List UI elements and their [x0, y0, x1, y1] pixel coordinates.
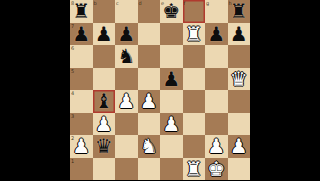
square-a4[interactable]: 4	[70, 90, 93, 113]
piece-white-rook: ♜	[183, 158, 206, 181]
board-grid: 8♜bcde♚fgh♜7♟♟♟♜♟♟6♞5♟♛4♝♟♟3♟♟2♟♛♞♟♟1♜♚	[70, 0, 250, 180]
square-g5[interactable]	[205, 68, 228, 91]
coordinate-label: d	[139, 0, 142, 6]
square-h6[interactable]	[228, 45, 251, 68]
piece-white-knight: ♞	[138, 135, 161, 158]
square-b8[interactable]: b	[93, 0, 116, 23]
square-h2[interactable]: ♟	[228, 135, 251, 158]
square-e7[interactable]	[160, 23, 183, 46]
piece-black-pawn: ♟	[228, 23, 251, 46]
square-b4[interactable]: ♝	[93, 90, 116, 113]
square-f4[interactable]	[183, 90, 206, 113]
square-f2[interactable]	[183, 135, 206, 158]
square-g6[interactable]	[205, 45, 228, 68]
coordinate-label: f	[184, 0, 186, 6]
square-d8[interactable]: d	[138, 0, 161, 23]
square-d7[interactable]	[138, 23, 161, 46]
piece-white-pawn: ♟	[93, 113, 116, 136]
square-h3[interactable]	[228, 113, 251, 136]
piece-black-bishop: ♝	[93, 90, 116, 113]
square-h4[interactable]	[228, 90, 251, 113]
piece-black-knight: ♞	[115, 45, 138, 68]
chess-board: 8♜bcde♚fgh♜7♟♟♟♜♟♟6♞5♟♛4♝♟♟3♟♟2♟♛♞♟♟1♜♚	[70, 0, 250, 180]
piece-black-queen: ♛	[93, 135, 116, 158]
square-e1[interactable]	[160, 158, 183, 181]
piece-black-pawn: ♟	[70, 23, 93, 46]
piece-black-rook: ♜	[228, 0, 251, 23]
square-f8[interactable]: f	[183, 0, 206, 23]
coordinate-label: 5	[71, 68, 74, 74]
square-b1[interactable]	[93, 158, 116, 181]
coordinate-label: 1	[71, 158, 74, 164]
piece-white-pawn: ♟	[138, 90, 161, 113]
piece-white-pawn: ♟	[160, 113, 183, 136]
square-a7[interactable]: 7♟	[70, 23, 93, 46]
coordinate-label: 4	[71, 90, 74, 96]
coordinate-label: h	[229, 0, 232, 6]
square-d6[interactable]	[138, 45, 161, 68]
square-g7[interactable]: ♟	[205, 23, 228, 46]
piece-white-pawn: ♟	[228, 135, 251, 158]
square-f5[interactable]	[183, 68, 206, 91]
square-c8[interactable]: c	[115, 0, 138, 23]
square-a5[interactable]: 5	[70, 68, 93, 91]
coordinate-label: 7	[71, 23, 74, 29]
piece-black-pawn: ♟	[93, 23, 116, 46]
coordinate-label: 3	[71, 113, 74, 119]
coordinate-label: 8	[71, 0, 74, 6]
piece-white-queen: ♛	[228, 68, 251, 91]
square-g4[interactable]	[205, 90, 228, 113]
piece-white-pawn: ♟	[70, 135, 93, 158]
square-b5[interactable]	[93, 68, 116, 91]
piece-black-king: ♚	[160, 0, 183, 23]
square-e8[interactable]: e♚	[160, 0, 183, 23]
square-h1[interactable]	[228, 158, 251, 181]
square-a8[interactable]: 8♜	[70, 0, 93, 23]
square-b7[interactable]: ♟	[93, 23, 116, 46]
coordinate-label: e	[161, 0, 164, 6]
square-e4[interactable]	[160, 90, 183, 113]
square-c2[interactable]	[115, 135, 138, 158]
piece-black-pawn: ♟	[115, 23, 138, 46]
square-c5[interactable]	[115, 68, 138, 91]
square-a6[interactable]: 6	[70, 45, 93, 68]
piece-black-pawn: ♟	[160, 68, 183, 91]
square-h7[interactable]: ♟	[228, 23, 251, 46]
square-d2[interactable]: ♞	[138, 135, 161, 158]
piece-white-king: ♚	[205, 158, 228, 181]
square-e2[interactable]	[160, 135, 183, 158]
piece-white-pawn: ♟	[115, 90, 138, 113]
square-g8[interactable]: g	[205, 0, 228, 23]
piece-white-rook: ♜	[183, 23, 206, 46]
square-e5[interactable]: ♟	[160, 68, 183, 91]
square-d3[interactable]	[138, 113, 161, 136]
square-a1[interactable]: 1	[70, 158, 93, 181]
square-h5[interactable]: ♛	[228, 68, 251, 91]
square-c4[interactable]: ♟	[115, 90, 138, 113]
square-d5[interactable]	[138, 68, 161, 91]
piece-black-rook: ♜	[70, 0, 93, 23]
square-e6[interactable]	[160, 45, 183, 68]
square-c6[interactable]: ♞	[115, 45, 138, 68]
piece-white-pawn: ♟	[205, 135, 228, 158]
coordinate-label: 2	[71, 135, 74, 141]
square-f6[interactable]	[183, 45, 206, 68]
coordinate-label: b	[94, 0, 97, 6]
square-f7[interactable]: ♜	[183, 23, 206, 46]
square-a3[interactable]: 3	[70, 113, 93, 136]
piece-black-pawn: ♟	[205, 23, 228, 46]
square-d4[interactable]: ♟	[138, 90, 161, 113]
square-c1[interactable]	[115, 158, 138, 181]
square-g3[interactable]	[205, 113, 228, 136]
square-c7[interactable]: ♟	[115, 23, 138, 46]
square-f1[interactable]: ♜	[183, 158, 206, 181]
square-c3[interactable]	[115, 113, 138, 136]
square-h8[interactable]: h♜	[228, 0, 251, 23]
square-g2[interactable]: ♟	[205, 135, 228, 158]
coordinate-label: c	[116, 0, 119, 6]
square-b6[interactable]	[93, 45, 116, 68]
square-e3[interactable]: ♟	[160, 113, 183, 136]
square-g1[interactable]: ♚	[205, 158, 228, 181]
square-f3[interactable]	[183, 113, 206, 136]
coordinate-label: 6	[71, 45, 74, 51]
app-background: 8♜bcde♚fgh♜7♟♟♟♜♟♟6♞5♟♛4♝♟♟3♟♟2♟♛♞♟♟1♜♚	[0, 0, 320, 180]
square-b2[interactable]: ♛	[93, 135, 116, 158]
square-b3[interactable]: ♟	[93, 113, 116, 136]
square-d1[interactable]	[138, 158, 161, 181]
square-a2[interactable]: 2♟	[70, 135, 93, 158]
coordinate-label: g	[206, 0, 209, 6]
